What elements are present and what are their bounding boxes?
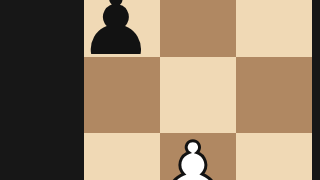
chess-board: ♟♟ — [84, 0, 312, 180]
white-pawn[interactable]: ♟ — [155, 131, 230, 180]
board-square[interactable] — [236, 57, 312, 133]
letterbox-frame: ♟♟ — [0, 0, 320, 180]
board-square[interactable] — [236, 133, 312, 180]
board-square[interactable] — [84, 133, 160, 180]
board-square[interactable]: ♟ — [84, 0, 160, 57]
board-square[interactable] — [160, 57, 236, 133]
black-pawn[interactable]: ♟ — [78, 0, 153, 67]
board-square[interactable] — [160, 0, 236, 57]
letterbox-left-bar — [0, 0, 84, 180]
letterbox-right-bar — [312, 0, 320, 180]
board-square[interactable] — [236, 0, 312, 57]
board-square[interactable]: ♟ — [160, 133, 236, 180]
